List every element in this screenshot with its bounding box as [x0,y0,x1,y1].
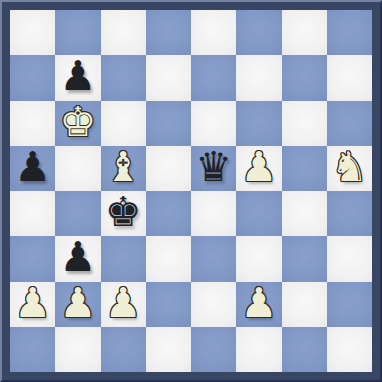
square-d8[interactable] [146,10,191,55]
square-h3[interactable] [327,236,372,281]
square-b5[interactable] [55,146,100,191]
square-e3[interactable] [191,236,236,281]
square-c4[interactable]: ♚ [101,191,146,236]
square-g8[interactable] [282,10,327,55]
square-b6[interactable]: ♚ [55,101,100,146]
square-e4[interactable] [191,191,236,236]
square-b7[interactable]: ♟ [55,55,100,100]
square-c3[interactable] [101,236,146,281]
square-h7[interactable] [327,55,372,100]
square-g5[interactable] [282,146,327,191]
white-knight-piece[interactable]: ♞ [331,147,368,188]
square-g3[interactable] [282,236,327,281]
square-e7[interactable] [191,55,236,100]
square-e8[interactable] [191,10,236,55]
square-b4[interactable] [55,191,100,236]
square-c8[interactable] [101,10,146,55]
square-a3[interactable] [10,236,55,281]
square-e2[interactable] [191,282,236,327]
square-f4[interactable] [236,191,281,236]
square-a6[interactable] [10,101,55,146]
white-pawn-piece[interactable]: ♟ [240,147,277,188]
black-pawn-piece[interactable]: ♟ [59,56,96,97]
square-e6[interactable] [191,101,236,146]
square-f8[interactable] [236,10,281,55]
square-e1[interactable] [191,327,236,372]
square-d1[interactable] [146,327,191,372]
square-h4[interactable] [327,191,372,236]
chess-board: ♟♚♟♝♛♟♞♚♟♟♟♟♟ [10,10,372,372]
square-a5[interactable]: ♟ [10,146,55,191]
square-c2[interactable]: ♟ [101,282,146,327]
black-king-piece[interactable]: ♚ [105,192,142,233]
square-c5[interactable]: ♝ [101,146,146,191]
square-f3[interactable] [236,236,281,281]
square-f1[interactable] [236,327,281,372]
square-c6[interactable] [101,101,146,146]
square-h5[interactable]: ♞ [327,146,372,191]
square-f5[interactable]: ♟ [236,146,281,191]
square-d3[interactable] [146,236,191,281]
square-h2[interactable] [327,282,372,327]
square-c1[interactable] [101,327,146,372]
square-b3[interactable]: ♟ [55,236,100,281]
chess-board-frame: ♟♚♟♝♛♟♞♚♟♟♟♟♟ [0,0,382,382]
square-b2[interactable]: ♟ [55,282,100,327]
square-d5[interactable] [146,146,191,191]
square-g2[interactable] [282,282,327,327]
square-f7[interactable] [236,55,281,100]
square-g4[interactable] [282,191,327,236]
square-d6[interactable] [146,101,191,146]
square-e5[interactable]: ♛ [191,146,236,191]
square-f2[interactable]: ♟ [236,282,281,327]
square-d2[interactable] [146,282,191,327]
square-d7[interactable] [146,55,191,100]
square-a2[interactable]: ♟ [10,282,55,327]
square-a8[interactable] [10,10,55,55]
black-pawn-piece[interactable]: ♟ [14,147,51,188]
square-h1[interactable] [327,327,372,372]
square-f6[interactable] [236,101,281,146]
black-pawn-piece[interactable]: ♟ [59,237,96,278]
square-a7[interactable] [10,55,55,100]
white-king-piece[interactable]: ♚ [59,102,96,143]
square-c7[interactable] [101,55,146,100]
white-pawn-piece[interactable]: ♟ [240,283,277,324]
square-g1[interactable] [282,327,327,372]
square-b8[interactable] [55,10,100,55]
white-pawn-piece[interactable]: ♟ [59,283,96,324]
square-h6[interactable] [327,101,372,146]
square-h8[interactable] [327,10,372,55]
white-pawn-piece[interactable]: ♟ [105,283,142,324]
white-bishop-piece[interactable]: ♝ [105,147,142,188]
square-a1[interactable] [10,327,55,372]
white-pawn-piece[interactable]: ♟ [14,283,51,324]
square-g7[interactable] [282,55,327,100]
square-d4[interactable] [146,191,191,236]
black-queen-piece[interactable]: ♛ [195,147,232,188]
square-a4[interactable] [10,191,55,236]
square-b1[interactable] [55,327,100,372]
square-g6[interactable] [282,101,327,146]
